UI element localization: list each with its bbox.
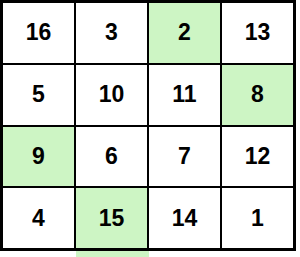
grid-cell-r0c0: 16 (2, 2, 75, 64)
grid-cell-r3c3: 1 (221, 187, 294, 249)
grid-cell-r2c3: 12 (221, 126, 294, 188)
magic-square-screen: 16 3 2 13 5 10 11 8 9 6 7 12 4 15 14 1 (0, 0, 300, 257)
grid-cell-r2c0: 9 (2, 126, 75, 188)
highlight-cell-background-bleed (76, 251, 149, 257)
grid-cell-r3c2: 14 (148, 187, 221, 249)
grid-cell-r3c1: 15 (75, 187, 148, 249)
grid-cell-r1c3: 8 (221, 64, 294, 126)
grid-cell-r0c1: 3 (75, 2, 148, 64)
grid-cell-r3c0: 4 (2, 187, 75, 249)
grid-cell-r2c2: 7 (148, 126, 221, 188)
grid-cell-r2c1: 6 (75, 126, 148, 188)
grid-cell-r1c0: 5 (2, 64, 75, 126)
grid-cell-r0c2: 2 (148, 2, 221, 64)
grid-cell-r0c3: 13 (221, 2, 294, 64)
magic-square-board: 16 3 2 13 5 10 11 8 9 6 7 12 4 15 14 1 (0, 0, 296, 251)
grid-cell-r1c2: 11 (148, 64, 221, 126)
grid-cell-r1c1: 10 (75, 64, 148, 126)
